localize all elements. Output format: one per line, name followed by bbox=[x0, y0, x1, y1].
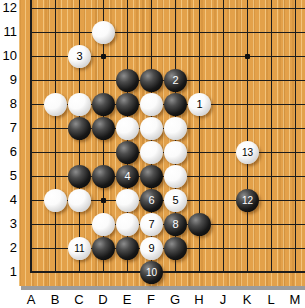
stone-black-D8[interactable] bbox=[92, 93, 115, 116]
row-label-12: 12 bbox=[0, 1, 17, 15]
row-label-1: 1 bbox=[0, 265, 17, 279]
column-label-B: B bbox=[47, 293, 63, 307]
row-label-3: 3 bbox=[0, 217, 17, 231]
stone-white-G4-move-5[interactable]: 5 bbox=[164, 189, 187, 212]
stone-white-E4[interactable] bbox=[116, 189, 139, 212]
go-board-diagram: 32113465127811910 121110987654321ABCDEFG… bbox=[0, 0, 305, 308]
grid-line-col-J bbox=[223, 0, 224, 273]
column-label-M: M bbox=[287, 293, 303, 307]
stone-black-E2[interactable] bbox=[116, 237, 139, 260]
star-point-D10 bbox=[101, 54, 106, 59]
move-number-label: 11 bbox=[74, 244, 84, 254]
grid-line-col-M bbox=[295, 0, 296, 273]
stone-white-B4[interactable] bbox=[44, 189, 67, 212]
column-label-C: C bbox=[71, 293, 87, 307]
stone-white-C8[interactable] bbox=[68, 93, 91, 116]
stone-black-E9[interactable] bbox=[116, 69, 139, 92]
board-shadow bbox=[21, 286, 305, 290]
move-number-label: 12 bbox=[242, 196, 253, 206]
row-label-11: 11 bbox=[0, 25, 17, 39]
stone-black-G3-move-8[interactable]: 8 bbox=[164, 213, 187, 236]
stone-black-H3[interactable] bbox=[188, 213, 211, 236]
row-label-8: 8 bbox=[0, 97, 17, 111]
stone-white-C2-move-11[interactable]: 11 bbox=[68, 237, 91, 260]
grid-line-col-A bbox=[30, 0, 32, 273]
column-label-H: H bbox=[191, 293, 207, 307]
move-number-label: 3 bbox=[76, 51, 82, 62]
move-number-label: 1 bbox=[196, 99, 202, 110]
stone-black-C5[interactable] bbox=[68, 165, 91, 188]
row-label-5: 5 bbox=[0, 169, 17, 183]
move-number-label: 9 bbox=[148, 243, 154, 254]
move-number-label: 5 bbox=[172, 195, 178, 206]
stone-white-F2-move-9[interactable]: 9 bbox=[140, 237, 163, 260]
move-number-label: 13 bbox=[242, 148, 253, 158]
grid-line-row-11 bbox=[30, 32, 305, 33]
stone-white-F8[interactable] bbox=[140, 93, 163, 116]
column-label-D: D bbox=[95, 293, 111, 307]
stone-black-E6[interactable] bbox=[116, 141, 139, 164]
stone-black-F5[interactable] bbox=[140, 165, 163, 188]
grid-line-col-B bbox=[55, 0, 56, 273]
stone-black-F4-move-6[interactable]: 6 bbox=[140, 189, 163, 212]
column-label-F: F bbox=[143, 293, 159, 307]
move-number-label: 4 bbox=[124, 171, 130, 182]
grid-line-row-12 bbox=[30, 8, 305, 9]
stone-black-D5[interactable] bbox=[92, 165, 115, 188]
row-label-4: 4 bbox=[0, 193, 17, 207]
move-number-label: 10 bbox=[146, 268, 157, 278]
stone-black-D7[interactable] bbox=[92, 117, 115, 140]
move-number-label: 6 bbox=[148, 195, 154, 206]
stone-white-K6-move-13[interactable]: 13 bbox=[236, 141, 259, 164]
stone-white-D11[interactable] bbox=[92, 21, 115, 44]
stone-white-F7[interactable] bbox=[140, 117, 163, 140]
stone-white-G6[interactable] bbox=[164, 141, 187, 164]
row-label-2: 2 bbox=[0, 241, 17, 255]
stone-white-F3-move-7[interactable]: 7 bbox=[140, 213, 163, 236]
column-label-E: E bbox=[119, 293, 135, 307]
stone-black-E5-move-4[interactable]: 4 bbox=[116, 165, 139, 188]
stone-white-G5[interactable] bbox=[164, 165, 187, 188]
move-number-label: 7 bbox=[148, 219, 154, 230]
column-label-A: A bbox=[23, 293, 39, 307]
stone-white-H8-move-1[interactable]: 1 bbox=[188, 93, 211, 116]
column-label-K: K bbox=[239, 293, 255, 307]
stone-black-E8[interactable] bbox=[116, 93, 139, 116]
stone-white-E7[interactable] bbox=[116, 117, 139, 140]
stone-white-D3[interactable] bbox=[92, 213, 115, 236]
grid-line-col-L bbox=[271, 0, 272, 273]
move-number-label: 2 bbox=[172, 75, 178, 86]
stone-white-B8[interactable] bbox=[44, 93, 67, 116]
row-label-6: 6 bbox=[0, 145, 17, 159]
row-label-10: 10 bbox=[0, 49, 17, 63]
row-label-7: 7 bbox=[0, 121, 17, 135]
stone-black-F9[interactable] bbox=[140, 69, 163, 92]
stone-black-G8[interactable] bbox=[164, 93, 187, 116]
stone-black-F1-move-10[interactable]: 10 bbox=[140, 261, 163, 284]
stone-black-G2[interactable] bbox=[164, 237, 187, 260]
star-point-K10 bbox=[245, 54, 250, 59]
move-number-label: 8 bbox=[172, 219, 178, 230]
stone-white-G7[interactable] bbox=[164, 117, 187, 140]
stone-black-K4-move-12[interactable]: 12 bbox=[236, 189, 259, 212]
stone-black-G9-move-2[interactable]: 2 bbox=[164, 69, 187, 92]
stone-black-D2[interactable] bbox=[92, 237, 115, 260]
column-label-L: L bbox=[263, 293, 279, 307]
grid-line-row-1 bbox=[30, 271, 305, 273]
row-label-9: 9 bbox=[0, 73, 17, 87]
stone-black-C7[interactable] bbox=[68, 117, 91, 140]
star-point-D4 bbox=[101, 198, 106, 203]
column-label-G: G bbox=[167, 293, 183, 307]
stone-white-C4[interactable] bbox=[68, 189, 91, 212]
grid-line-col-K bbox=[247, 0, 248, 273]
stone-white-F6[interactable] bbox=[140, 141, 163, 164]
stone-white-C10-move-3[interactable]: 3 bbox=[68, 45, 91, 68]
column-label-J: J bbox=[215, 293, 231, 307]
stone-white-E3[interactable] bbox=[116, 213, 139, 236]
